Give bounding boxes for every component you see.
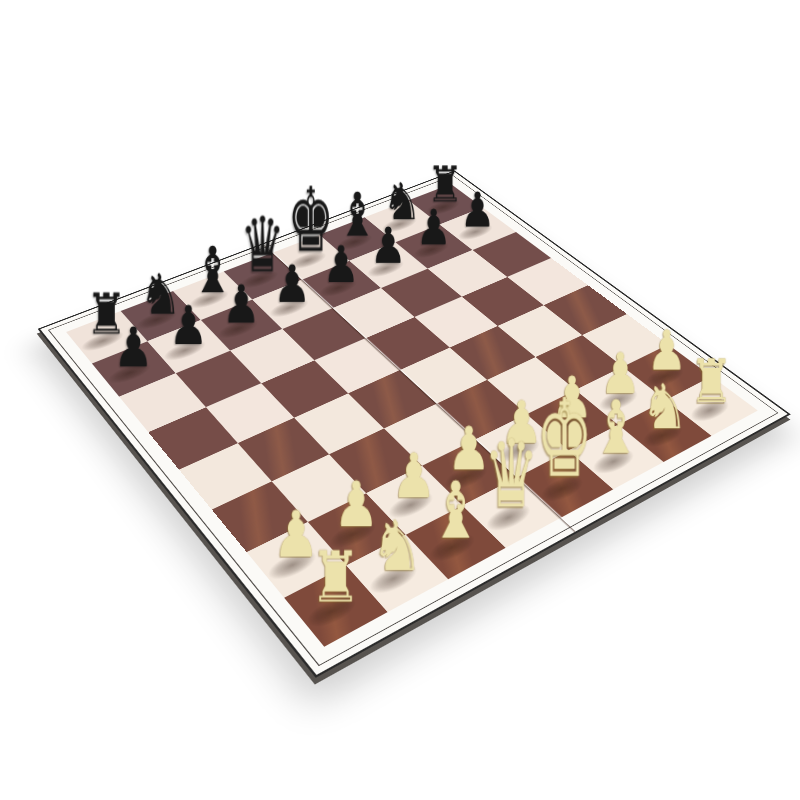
piece-shadow (160, 337, 209, 364)
piece-shadow (409, 238, 453, 261)
piece-shadow (383, 487, 438, 522)
piece-shadow (544, 409, 595, 440)
piece-shadow (493, 434, 545, 466)
piece-shadow (454, 221, 497, 243)
piece-shadow (285, 249, 330, 272)
piece-shadow (685, 395, 735, 425)
piece-black-king: ♚ (287, 181, 334, 263)
piece-shadow (315, 276, 361, 300)
piece-white-pawn: ♟ (639, 326, 695, 377)
piece-shadow (641, 362, 690, 391)
square-h4 (544, 285, 627, 335)
piece-shadow (186, 287, 233, 312)
piece-shadow (363, 257, 408, 280)
piece-shadow (378, 213, 421, 234)
piece-shadow (333, 231, 377, 253)
piece-shadow (481, 499, 536, 535)
piece-shadow (325, 516, 382, 553)
piece-shadow (104, 359, 155, 387)
piece-shadow (133, 307, 181, 333)
piece-black-bishop: ♝ (333, 187, 381, 243)
piece-shadow (302, 591, 362, 633)
piece-black-queen: ♛ (238, 211, 286, 281)
piece-shadow (637, 419, 688, 451)
piece-shadow (236, 267, 282, 291)
board-grid: ♜♞♝♛♚♝♞♜♟♟♟♟♟♟♟♟♟♟♟♟♟♟♟♟♜♞♝♛♚♝♞♜ (66, 184, 758, 647)
piece-shadow (78, 327, 127, 354)
piece-shadow (364, 559, 422, 599)
piece-shadow (439, 460, 493, 494)
piece-shadow (266, 295, 313, 320)
square-g4 (498, 305, 583, 357)
piece-shadow (214, 315, 262, 341)
piece-shadow (263, 546, 321, 585)
piece-shadow (424, 528, 481, 566)
piece-shadow (594, 385, 644, 415)
piece-shadow (422, 197, 464, 218)
piece-black-rook: ♜ (421, 162, 470, 208)
chess-board: ♜♞♝♛♚♝♞♜♟♟♟♟♟♟♟♟♟♟♟♟♟♟♟♟♜♞♝♛♚♝♞♜ (38, 170, 791, 677)
product-photo-scene: ♜♞♝♛♚♝♞♜♟♟♟♟♟♟♟♟♟♟♟♟♟♟♟♟♜♞♝♛♚♝♞♜ (0, 0, 800, 800)
piece-shadow (535, 471, 589, 505)
piece-shadow (587, 445, 639, 478)
